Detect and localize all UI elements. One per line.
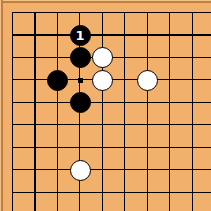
board-grid [12, 12, 211, 211]
stone-white-5-4[interactable] [92, 70, 113, 91]
go-board[interactable]: 1 [0, 0, 211, 211]
stone-white-4-8[interactable] [70, 160, 91, 181]
board-frame-top-edge [0, 1, 211, 3]
stone-black-4-5[interactable] [70, 92, 91, 113]
stone-white-5-3[interactable] [92, 47, 113, 68]
stone-black-4-2[interactable]: 1 [70, 25, 91, 46]
star-point-hoshi [78, 78, 83, 83]
stone-black-3-4[interactable] [47, 70, 68, 91]
move-number-label: 1 [75, 28, 84, 41]
stone-black-4-3[interactable] [70, 47, 91, 68]
stone-white-7-4[interactable] [137, 70, 158, 91]
board-frame-left-edge [1, 0, 3, 211]
